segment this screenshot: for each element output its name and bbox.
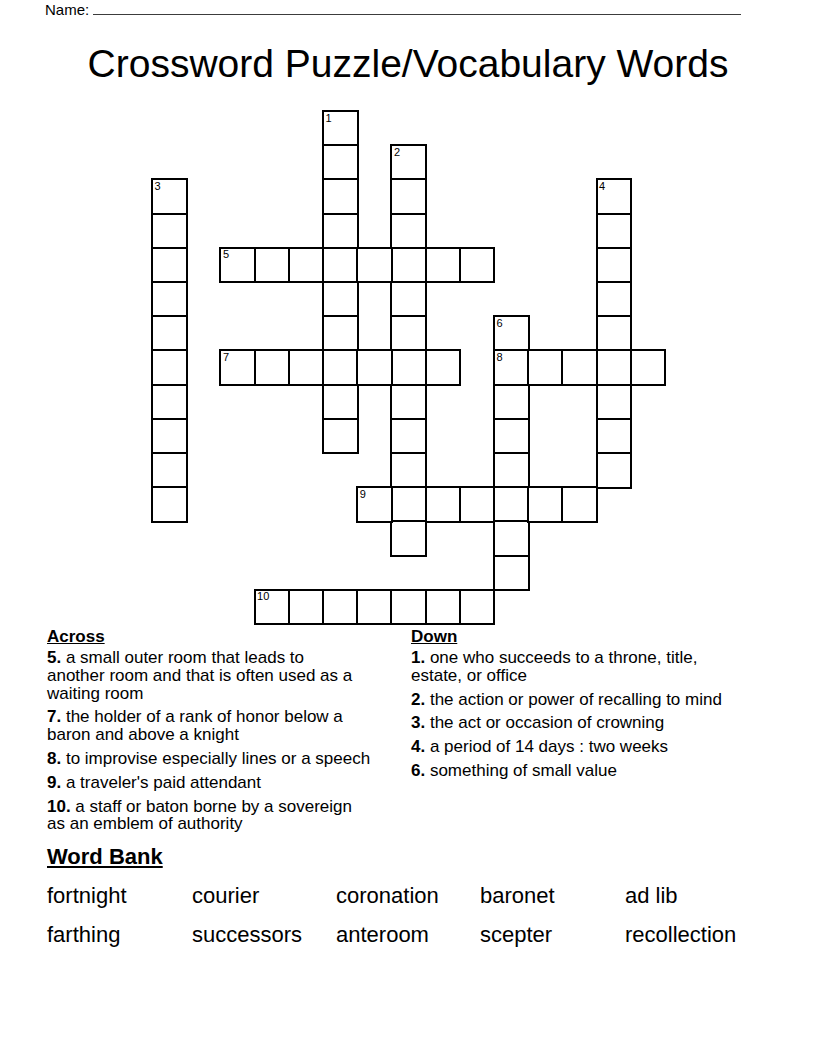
down-clue-6: 6. something of small value — [411, 762, 724, 780]
grid-cell[interactable] — [390, 247, 427, 284]
grid-cell[interactable]: 1 — [322, 110, 359, 147]
grid-cell[interactable]: 4 — [596, 178, 633, 215]
cell-number: 6 — [497, 318, 503, 329]
page-title: Crossword Puzzle/Vocabulary Words — [0, 42, 816, 86]
word-bank-heading: Word Bank — [47, 844, 163, 870]
grid-cell[interactable] — [390, 213, 427, 250]
grid-cell[interactable] — [322, 315, 359, 352]
grid-cell[interactable] — [322, 281, 359, 318]
clue-number: 3. — [411, 713, 425, 732]
cell-number: 3 — [155, 181, 161, 192]
grid-cell[interactable] — [390, 418, 427, 455]
across-clue-10: 10. a staff or baton borne by a sovereig… — [47, 798, 357, 834]
clue-text: something of small value — [425, 761, 617, 780]
grid-cell[interactable] — [596, 213, 633, 250]
word-bank-item: anteroom — [336, 920, 480, 959]
grid-cell[interactable] — [390, 349, 427, 386]
clue-number: 2. — [411, 690, 425, 709]
word-bank-item: farthing — [47, 920, 192, 959]
grid-cell[interactable]: 7 — [219, 349, 256, 386]
grid-cell[interactable] — [390, 452, 427, 489]
crossword-grid: 12345687910 — [151, 110, 668, 627]
grid-cell[interactable]: 3 — [151, 178, 188, 215]
grid-cell[interactable] — [390, 315, 427, 352]
grid-cell[interactable] — [459, 486, 496, 523]
grid-cell[interactable] — [322, 144, 359, 181]
word-bank-item: fortnight — [47, 881, 192, 920]
grid-cell[interactable] — [356, 589, 393, 626]
grid-cell[interactable] — [356, 247, 393, 284]
cell-number: 9 — [360, 489, 366, 500]
grid-cell[interactable] — [596, 384, 633, 421]
grid-cell[interactable] — [493, 452, 530, 489]
grid-cell[interactable] — [151, 315, 188, 352]
down-clue-2: 2. the action or power of recalling to m… — [411, 691, 724, 709]
grid-cell[interactable] — [596, 452, 633, 489]
grid-cell[interactable] — [493, 486, 530, 523]
grid-cell[interactable] — [459, 247, 496, 284]
clue-text: a small outer room that leads to another… — [47, 648, 352, 703]
clue-text: the action or power of recalling to mind — [425, 690, 722, 709]
grid-cell[interactable] — [254, 349, 291, 386]
cell-number: 10 — [257, 591, 269, 602]
word-bank-item: ad lib — [625, 881, 787, 920]
word-bank-item: successors — [192, 920, 336, 959]
grid-cell[interactable] — [425, 486, 462, 523]
word-bank-item: scepter — [480, 920, 625, 959]
grid-cell[interactable] — [493, 384, 530, 421]
grid-cell[interactable] — [151, 452, 188, 489]
cell-number: 8 — [497, 352, 503, 363]
grid-cell[interactable] — [390, 589, 427, 626]
grid-cell[interactable] — [425, 589, 462, 626]
grid-cell[interactable] — [390, 384, 427, 421]
down-clue-4: 4. a period of 14 days : two weeks — [411, 738, 724, 756]
clue-text: a period of 14 days : two weeks — [425, 737, 668, 756]
clue-text: the holder of a rank of honor below a ba… — [47, 707, 343, 744]
clue-text: a traveler's paid attendant — [61, 773, 261, 792]
grid-cell[interactable] — [596, 349, 633, 386]
clue-number: 10. — [47, 797, 71, 816]
grid-cell[interactable] — [356, 349, 393, 386]
grid-cell[interactable] — [151, 213, 188, 250]
grid-cell[interactable] — [493, 418, 530, 455]
grid-cell[interactable] — [254, 247, 291, 284]
cell-number: 1 — [326, 113, 332, 124]
grid-cell[interactable] — [288, 247, 325, 284]
grid-cell[interactable] — [322, 178, 359, 215]
grid-cell[interactable] — [390, 520, 427, 557]
grid-cell[interactable]: 2 — [390, 144, 427, 181]
grid-cell[interactable] — [596, 247, 633, 284]
clue-text: a staff or baton borne by a sovereign as… — [47, 797, 352, 834]
grid-cell[interactable] — [425, 349, 462, 386]
grid-cell[interactable] — [151, 384, 188, 421]
clue-number: 4. — [411, 737, 425, 756]
word-bank-item: coronation — [336, 881, 480, 920]
clue-number: 8. — [47, 749, 61, 768]
grid-cell[interactable]: 10 — [254, 589, 291, 626]
grid-cell[interactable] — [425, 247, 462, 284]
down-clue-list: 1. one who succeeds to a throne, title, … — [411, 649, 724, 780]
grid-cell[interactable] — [151, 247, 188, 284]
cell-number: 5 — [223, 249, 229, 260]
grid-cell[interactable] — [322, 589, 359, 626]
across-clue-8: 8. to improvise especially lines or a sp… — [47, 750, 357, 768]
grid-cell[interactable]: 5 — [219, 247, 256, 284]
clue-number: 6. — [411, 761, 425, 780]
word-bank: fortnightcouriercoronationbaronetad libf… — [47, 881, 787, 958]
grid-cell[interactable] — [151, 281, 188, 318]
clue-number: 9. — [47, 773, 61, 792]
grid-cell[interactable] — [493, 555, 530, 592]
name-blank-line[interactable] — [93, 1, 741, 15]
grid-cell[interactable] — [527, 486, 564, 523]
grid-cell[interactable] — [596, 281, 633, 318]
word-bank-item: baronet — [480, 881, 625, 920]
across-heading: Across — [47, 628, 357, 646]
cell-number: 2 — [394, 147, 400, 158]
grid-cell[interactable] — [527, 349, 564, 386]
grid-cell[interactable] — [630, 349, 667, 386]
clue-number: 5. — [47, 648, 61, 667]
grid-cell[interactable] — [151, 349, 188, 386]
grid-cell[interactable] — [151, 418, 188, 455]
grid-cell[interactable] — [493, 520, 530, 557]
worksheet-page: Name: Crossword Puzzle/Vocabulary Words … — [0, 0, 816, 1056]
clue-text: the act or occasion of crowning — [425, 713, 664, 732]
clue-number: 7. — [47, 707, 61, 726]
across-clues-section: Across 5. a small outer room that leads … — [47, 628, 357, 839]
grid-cell[interactable] — [322, 418, 359, 455]
down-clue-3: 3. the act or occasion of crowning — [411, 714, 724, 732]
grid-cell[interactable] — [561, 486, 598, 523]
grid-cell[interactable] — [561, 349, 598, 386]
grid-cell[interactable] — [288, 589, 325, 626]
grid-cell[interactable] — [390, 281, 427, 318]
clue-number: 1. — [411, 648, 425, 667]
name-label: Name: — [45, 1, 89, 18]
grid-cell[interactable] — [288, 349, 325, 386]
grid-cell[interactable] — [390, 486, 427, 523]
name-row: Name: — [45, 1, 741, 18]
across-clue-9: 9. a traveler's paid attendant — [47, 774, 357, 792]
grid-cell[interactable] — [596, 418, 633, 455]
across-clue-7: 7. the holder of a rank of honor below a… — [47, 708, 357, 744]
cell-number: 7 — [223, 352, 229, 363]
down-clues-section: Down 1. one who succeeds to a throne, ti… — [411, 628, 724, 786]
grid-cell[interactable] — [322, 349, 359, 386]
grid-cell[interactable] — [322, 247, 359, 284]
grid-cell[interactable] — [390, 178, 427, 215]
grid-cell[interactable]: 6 — [493, 315, 530, 352]
cell-number: 4 — [599, 181, 605, 192]
down-clue-1: 1. one who succeeds to a throne, title, … — [411, 649, 724, 685]
grid-cell[interactable] — [151, 486, 188, 523]
down-heading: Down — [411, 628, 724, 646]
word-bank-item: recollection — [625, 920, 787, 959]
grid-cell[interactable] — [596, 315, 633, 352]
word-bank-item: courier — [192, 881, 336, 920]
grid-cell[interactable] — [322, 213, 359, 250]
across-clue-list: 5. a small outer room that leads to anot… — [47, 649, 357, 833]
grid-cell[interactable]: 9 — [356, 486, 393, 523]
grid-cell[interactable] — [322, 384, 359, 421]
grid-cell[interactable]: 8 — [493, 349, 530, 386]
clue-text: one who succeeds to a throne, title, est… — [411, 648, 697, 685]
grid-cell[interactable] — [459, 589, 496, 626]
across-clue-5: 5. a small outer room that leads to anot… — [47, 649, 357, 702]
clue-text: to improvise especially lines or a speec… — [61, 749, 370, 768]
